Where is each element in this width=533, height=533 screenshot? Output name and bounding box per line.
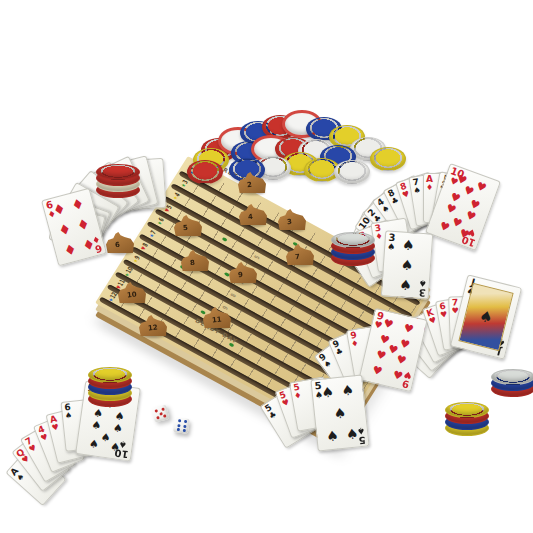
card-pip: ♠ xyxy=(341,382,355,397)
card-pip: ♠ xyxy=(110,441,121,453)
card-pip: ♠ xyxy=(93,407,104,419)
card-pip: ♥ xyxy=(399,338,411,351)
poker-chip-yellow[interactable] xyxy=(370,147,406,171)
die-pip xyxy=(177,419,180,422)
horse-peg-6[interactable]: 6 xyxy=(106,232,134,253)
card-index: 3♠ xyxy=(418,278,427,298)
card-pip: ♠ xyxy=(333,405,347,420)
horse-number: 7 xyxy=(295,253,301,261)
die-red[interactable] xyxy=(151,404,169,422)
chip-stack-layer-silver[interactable] xyxy=(491,369,533,385)
die-pip xyxy=(176,428,179,431)
card-index: 9♣ xyxy=(331,339,344,357)
chip-stack-layer-yellow[interactable] xyxy=(88,367,132,383)
die-blue[interactable] xyxy=(173,417,190,434)
card-index: 7♠ xyxy=(412,178,422,196)
poker-chip-white[interactable] xyxy=(334,160,370,184)
poker-chip-red[interactable] xyxy=(187,160,223,184)
card-pip: ♠ xyxy=(399,278,413,293)
card-pip: ♦ xyxy=(62,241,78,258)
card-pip: ♠ xyxy=(325,429,339,444)
card-index: 9♦ xyxy=(349,331,359,349)
card-pip: ♦ xyxy=(70,196,86,213)
card-index: 4♥ xyxy=(36,425,49,443)
card-pip: ♥ xyxy=(382,317,394,330)
card-index: 3♦ xyxy=(374,224,384,242)
horse-number: 2 xyxy=(247,181,253,189)
horse-number: 8 xyxy=(190,259,196,267)
card-pip: ♠ xyxy=(100,432,111,444)
card-pip: ♠ xyxy=(400,258,414,273)
card-index: 3♠ xyxy=(387,233,396,253)
card-pip: ♠ xyxy=(402,237,416,252)
card-pip: ♥ xyxy=(464,210,477,224)
chip-stack-layer-red[interactable] xyxy=(96,164,140,180)
card-pip: ♠ xyxy=(114,410,125,422)
card-index: 5♦ xyxy=(292,383,302,401)
die-pip xyxy=(159,412,163,416)
card-index: 6♥ xyxy=(438,302,448,320)
horse-number: 4 xyxy=(248,213,254,221)
card-index: 5♥ xyxy=(278,390,291,408)
card-pip: ♦ xyxy=(75,216,91,233)
card-pip: ♦ xyxy=(57,221,73,238)
playing-card-3♠[interactable]: 3♠3♠♠♠♠ xyxy=(381,230,433,299)
die-pip xyxy=(177,423,180,426)
card-pip: ♥ xyxy=(438,220,451,234)
card-index: A♦ xyxy=(426,175,433,192)
card-pip: ♥ xyxy=(395,354,407,367)
die-pip xyxy=(183,424,186,427)
card-pip: ♥ xyxy=(444,203,457,217)
card-pip: ♠ xyxy=(91,420,102,432)
horse-number: 11 xyxy=(212,315,223,324)
chip-stack-layer-yellow[interactable] xyxy=(445,402,489,418)
horse-number: 9 xyxy=(238,271,244,279)
card-pip: ♠ xyxy=(88,438,99,450)
card-index: 6♠ xyxy=(64,403,73,421)
die-pip xyxy=(161,407,165,411)
card-pip: ♦ xyxy=(51,201,67,218)
die-pip xyxy=(182,428,185,431)
die-pip xyxy=(156,416,160,420)
card-pip: ♠ xyxy=(321,384,335,399)
horse-number: 10 xyxy=(127,290,138,299)
card-pip: ♥ xyxy=(462,184,475,198)
horse-number: 12 xyxy=(148,323,159,332)
die-pip xyxy=(163,414,167,418)
card-pip: ♠ xyxy=(345,427,359,442)
horse-number: 3 xyxy=(287,218,293,226)
card-pip: ♥ xyxy=(403,322,415,335)
horse-number: 6 xyxy=(115,241,121,249)
card-pip: ♥ xyxy=(371,365,383,378)
die-pip xyxy=(154,409,158,413)
playing-card-J♠[interactable]: J♠J♠♠ xyxy=(450,274,522,359)
card-index: A♥ xyxy=(49,415,60,433)
horse-number: 5 xyxy=(183,224,189,232)
chip-stack-layer-silver[interactable] xyxy=(331,232,375,248)
die-pip xyxy=(183,420,186,423)
card-pip: ♠ xyxy=(112,423,123,435)
card-pip: ♥ xyxy=(475,180,488,194)
playing-card-5♠[interactable]: 5♠5♠♠♠♠♠♠ xyxy=(310,374,369,451)
card-pip: ♥ xyxy=(375,349,387,362)
